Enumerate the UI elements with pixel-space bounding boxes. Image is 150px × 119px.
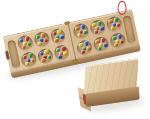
bead-blue [99,26,104,31]
bead-green [26,41,31,46]
pit-row2-col6[interactable] [109,32,127,50]
bead-red [43,38,48,43]
bead-green [83,29,88,34]
bead-red [119,39,124,44]
pit-row1-col2[interactable] [33,30,51,48]
bead-blue [59,34,64,39]
hinge-plate-icon [65,20,71,24]
elastic-loop-icon [118,1,127,15]
bead-yellow [110,26,115,31]
pit-row2-col5[interactable] [93,35,111,53]
bead-orange [86,46,91,51]
bead-orange [41,58,46,63]
pit-row2-col2[interactable] [36,47,54,65]
bead-green [97,21,102,26]
pit-row1-col3[interactable] [49,27,67,45]
pit-row1-col6[interactable] [105,15,123,33]
bead-orange [21,45,26,50]
bead-green [97,46,102,51]
pit-row1-col1[interactable] [16,34,34,52]
pit-row1-col4[interactable] [73,22,91,40]
bead-blue [57,54,62,59]
bead-red [116,22,121,27]
product-photo [0,0,150,119]
bead-green [46,54,51,59]
bead-blue [84,41,89,46]
bead-blue [80,24,85,29]
bead-yellow [24,61,29,66]
pit-row2-col4[interactable] [76,39,94,57]
bead-yellow [63,51,68,56]
pit-row2-col3[interactable] [53,43,71,61]
bead-red [100,37,105,42]
bead-orange [30,58,35,63]
bead-orange [54,38,59,43]
mancala-board-closed [81,58,147,114]
pits-grid [16,15,126,68]
bead-orange [113,42,118,47]
bead-red [93,29,98,34]
bead-yellow [37,41,42,46]
pit-row2-col1[interactable] [20,50,38,68]
pit-row1-col5[interactable] [89,18,107,36]
bead-blue [103,42,108,47]
